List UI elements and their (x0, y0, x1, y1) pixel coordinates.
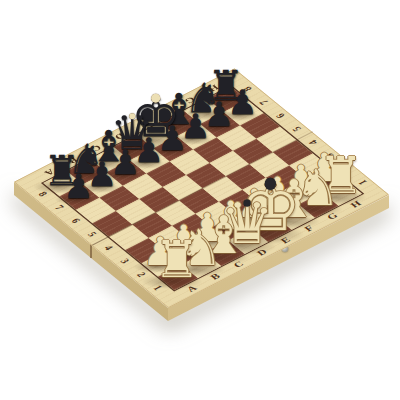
chess-set-photo: AA88BB77CC66DD55EE44FF33GG22HH11 ♜♞♝♛♚♝♞… (0, 0, 400, 400)
white-rook-a1: ♜ (154, 236, 199, 287)
cream-finial-icon (129, 113, 135, 119)
black-pawn-a7: ♟ (63, 169, 93, 203)
cream-finial-icon (151, 93, 160, 102)
pieces-layer: ♜♞♝♛♚♝♞♜♟♟♟♟♟♟♟♟♟♟♟♟♟♟♟♟♜♞♝♛♚♝♞♜ (0, 0, 400, 400)
